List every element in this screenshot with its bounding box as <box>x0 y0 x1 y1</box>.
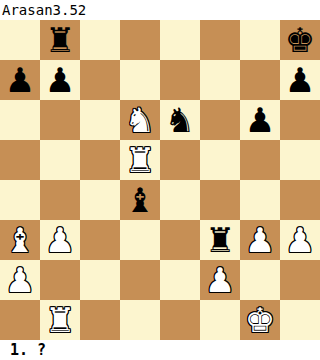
square-b7[interactable]: ♟ <box>40 60 80 100</box>
white-rook: ♜ <box>120 140 160 180</box>
square-a5[interactable] <box>0 140 40 180</box>
black-pawn: ♟ <box>240 100 280 140</box>
chess-window: Arasan3.52 ♜♚♟♟♟♞♞♟♜♝♝♟♜♟♟♟♟♜♚ 1. ? <box>0 0 320 360</box>
square-e7[interactable] <box>160 60 200 100</box>
square-f6[interactable] <box>200 100 240 140</box>
square-g8[interactable] <box>240 20 280 60</box>
square-h5[interactable] <box>280 140 320 180</box>
square-b1[interactable]: ♜ <box>40 300 80 340</box>
square-h8[interactable]: ♚ <box>280 20 320 60</box>
black-rook: ♜ <box>40 20 80 60</box>
square-g4[interactable] <box>240 180 280 220</box>
square-g1[interactable]: ♚ <box>240 300 280 340</box>
square-c1[interactable] <box>80 300 120 340</box>
square-b3[interactable]: ♟ <box>40 220 80 260</box>
square-a6[interactable] <box>0 100 40 140</box>
square-g2[interactable] <box>240 260 280 300</box>
square-g7[interactable] <box>240 60 280 100</box>
white-pawn: ♟ <box>240 220 280 260</box>
square-c2[interactable] <box>80 260 120 300</box>
square-g6[interactable]: ♟ <box>240 100 280 140</box>
move-prompt: 1. ? <box>0 340 320 360</box>
square-e1[interactable] <box>160 300 200 340</box>
white-bishop: ♝ <box>0 220 40 260</box>
white-pawn: ♟ <box>40 220 80 260</box>
black-pawn: ♟ <box>40 60 80 100</box>
black-king: ♚ <box>280 20 320 60</box>
square-f8[interactable] <box>200 20 240 60</box>
chess-board: ♜♚♟♟♟♞♞♟♜♝♝♟♜♟♟♟♟♜♚ <box>0 20 320 340</box>
square-f5[interactable] <box>200 140 240 180</box>
black-pawn: ♟ <box>280 60 320 100</box>
square-h2[interactable] <box>280 260 320 300</box>
square-c8[interactable] <box>80 20 120 60</box>
black-pawn: ♟ <box>0 60 40 100</box>
square-e3[interactable] <box>160 220 200 260</box>
square-b6[interactable] <box>40 100 80 140</box>
square-d6[interactable]: ♞ <box>120 100 160 140</box>
square-h3[interactable]: ♟ <box>280 220 320 260</box>
square-c5[interactable] <box>80 140 120 180</box>
white-pawn: ♟ <box>200 260 240 300</box>
white-rook: ♜ <box>40 300 80 340</box>
white-pawn: ♟ <box>0 260 40 300</box>
square-h1[interactable] <box>280 300 320 340</box>
square-b8[interactable]: ♜ <box>40 20 80 60</box>
square-d3[interactable] <box>120 220 160 260</box>
square-f7[interactable] <box>200 60 240 100</box>
black-rook: ♜ <box>200 220 240 260</box>
square-c4[interactable] <box>80 180 120 220</box>
square-b4[interactable] <box>40 180 80 220</box>
square-e2[interactable] <box>160 260 200 300</box>
black-knight: ♞ <box>160 100 200 140</box>
white-knight: ♞ <box>120 100 160 140</box>
square-e4[interactable] <box>160 180 200 220</box>
square-f1[interactable] <box>200 300 240 340</box>
black-bishop: ♝ <box>120 180 160 220</box>
square-h7[interactable]: ♟ <box>280 60 320 100</box>
white-pawn: ♟ <box>280 220 320 260</box>
square-a7[interactable]: ♟ <box>0 60 40 100</box>
square-g5[interactable] <box>240 140 280 180</box>
square-g3[interactable]: ♟ <box>240 220 280 260</box>
square-d8[interactable] <box>120 20 160 60</box>
square-d4[interactable]: ♝ <box>120 180 160 220</box>
square-h6[interactable] <box>280 100 320 140</box>
square-a4[interactable] <box>0 180 40 220</box>
square-d1[interactable] <box>120 300 160 340</box>
square-f2[interactable]: ♟ <box>200 260 240 300</box>
square-e5[interactable] <box>160 140 200 180</box>
square-a2[interactable]: ♟ <box>0 260 40 300</box>
square-h4[interactable] <box>280 180 320 220</box>
square-f3[interactable]: ♜ <box>200 220 240 260</box>
square-d2[interactable] <box>120 260 160 300</box>
square-d5[interactable]: ♜ <box>120 140 160 180</box>
square-c7[interactable] <box>80 60 120 100</box>
square-b5[interactable] <box>40 140 80 180</box>
square-a8[interactable] <box>0 20 40 60</box>
square-c6[interactable] <box>80 100 120 140</box>
white-king: ♚ <box>240 300 280 340</box>
square-e8[interactable] <box>160 20 200 60</box>
square-a1[interactable] <box>0 300 40 340</box>
square-d7[interactable] <box>120 60 160 100</box>
square-e6[interactable]: ♞ <box>160 100 200 140</box>
square-b2[interactable] <box>40 260 80 300</box>
window-title: Arasan3.52 <box>0 0 320 20</box>
square-f4[interactable] <box>200 180 240 220</box>
square-c3[interactable] <box>80 220 120 260</box>
square-a3[interactable]: ♝ <box>0 220 40 260</box>
